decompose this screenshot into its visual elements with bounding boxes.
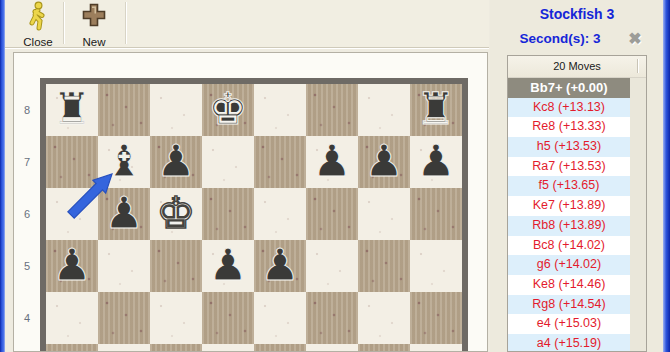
engine-title: Stockfish 3	[490, 6, 664, 22]
square-b3[interactable]	[98, 344, 150, 352]
move-row[interactable]: Rg8 (+14.54)	[508, 295, 630, 315]
square-b6[interactable]: ♟	[98, 188, 150, 240]
toolbar-separator	[63, 2, 64, 44]
square-c3[interactable]	[150, 344, 202, 352]
square-g6[interactable]	[358, 188, 410, 240]
square-f3[interactable]	[306, 344, 358, 352]
move-row[interactable]: Bc8 (+14.02)	[508, 236, 630, 256]
move-row[interactable]: Rb8 (+13.89)	[508, 216, 630, 236]
square-c5[interactable]	[150, 240, 202, 292]
square-h7[interactable]: ♟	[410, 136, 462, 188]
square-d5[interactable]: ♟	[202, 240, 254, 292]
square-h4[interactable]	[410, 292, 462, 344]
move-row[interactable]: e4 (+15.03)	[508, 314, 630, 334]
person-walking-icon	[11, 1, 65, 35]
square-e7[interactable]	[254, 136, 306, 188]
square-f4[interactable]	[306, 292, 358, 344]
toolbar: Close New	[5, 0, 489, 48]
piece-black-pawn[interactable]: ♟	[306, 136, 358, 188]
square-a7[interactable]	[46, 136, 98, 188]
rank-label: 4	[14, 312, 40, 324]
square-d7[interactable]	[202, 136, 254, 188]
square-e6[interactable]	[254, 188, 306, 240]
square-e8[interactable]	[254, 84, 306, 136]
move-row[interactable]: f5 (+13.65)	[508, 176, 630, 196]
square-g8[interactable]	[358, 84, 410, 136]
piece-black-rook[interactable]: ♜	[410, 84, 462, 136]
square-f6[interactable]	[306, 188, 358, 240]
engine-panel: Stockfish 3 Second(s): 3 20 Moves Bb7+ (…	[490, 0, 664, 352]
square-d3[interactable]	[202, 344, 254, 352]
piece-black-pawn[interactable]: ♟	[254, 240, 306, 292]
piece-black-king[interactable]: ♚	[202, 84, 254, 136]
close-button-label: Close	[11, 36, 65, 48]
move-row[interactable]: g6 (+14.02)	[508, 255, 630, 275]
square-e4[interactable]	[254, 292, 306, 344]
square-c4[interactable]	[150, 292, 202, 344]
square-b4[interactable]	[98, 292, 150, 344]
window-border-right	[663, 0, 670, 352]
board-panel: 87654 ♜♚♜♝♟♟♟♟♟♚♟♟♟	[13, 52, 488, 352]
square-e3[interactable]	[254, 344, 306, 352]
move-row-selected[interactable]: Bb7+ (+0.00)	[508, 78, 630, 98]
chess-board: ♜♚♜♝♟♟♟♟♟♚♟♟♟	[40, 78, 468, 352]
piece-black-pawn[interactable]: ♟	[98, 188, 150, 240]
window-border-left	[0, 0, 5, 352]
move-row[interactable]: Re8 (+13.33)	[508, 117, 630, 137]
rank-label: 7	[14, 156, 40, 168]
square-f5[interactable]	[306, 240, 358, 292]
move-list-header[interactable]: 20 Moves	[508, 56, 646, 78]
square-d4[interactable]	[202, 292, 254, 344]
close-button[interactable]: Close	[11, 0, 65, 46]
square-h5[interactable]	[410, 240, 462, 292]
square-a4[interactable]	[46, 292, 98, 344]
rank-label: 6	[14, 208, 40, 220]
square-g7[interactable]: ♟	[358, 136, 410, 188]
move-listbox: 20 Moves Bb7+ (+0.00)Kc8 (+13.13)Re8 (+1…	[507, 55, 647, 352]
chess-analysis-window: Close New 87654 ♜♚♜♝♟♟♟♟♟♚♟♟♟ Stockfish …	[0, 0, 670, 352]
square-g4[interactable]	[358, 292, 410, 344]
square-d6[interactable]	[202, 188, 254, 240]
piece-black-rook[interactable]: ♜	[46, 84, 98, 136]
seconds-label: Second(s): 3	[490, 31, 630, 46]
piece-black-pawn[interactable]: ♟	[410, 136, 462, 188]
square-a3[interactable]	[46, 344, 98, 352]
square-c6[interactable]: ♚	[150, 188, 202, 240]
move-row[interactable]: Ke7 (+13.89)	[508, 196, 630, 216]
square-a5[interactable]: ♟	[46, 240, 98, 292]
square-g5[interactable]	[358, 240, 410, 292]
piece-black-pawn[interactable]: ♟	[46, 240, 98, 292]
move-row[interactable]: Ke8 (+14.46)	[508, 275, 630, 295]
square-h6[interactable]	[410, 188, 462, 240]
move-row[interactable]: Kc8 (+13.13)	[508, 98, 630, 118]
square-f8[interactable]	[306, 84, 358, 136]
square-g3[interactable]	[358, 344, 410, 352]
square-b5[interactable]	[98, 240, 150, 292]
square-d8[interactable]: ♚	[202, 84, 254, 136]
piece-black-pawn[interactable]: ♟	[150, 136, 202, 188]
x-icon[interactable]: ✖	[624, 29, 646, 49]
move-row[interactable]: h5 (+13.53)	[508, 137, 630, 157]
square-h3[interactable]	[410, 344, 462, 352]
square-c8[interactable]	[150, 84, 202, 136]
square-h8[interactable]: ♜	[410, 84, 462, 136]
new-button-label: New	[65, 36, 123, 48]
column-separator	[637, 59, 638, 73]
square-f7[interactable]: ♟	[306, 136, 358, 188]
square-c7[interactable]: ♟	[150, 136, 202, 188]
piece-black-pawn[interactable]: ♟	[202, 240, 254, 292]
square-b7[interactable]: ♝	[98, 136, 150, 188]
square-e5[interactable]: ♟	[254, 240, 306, 292]
piece-black-pawn[interactable]: ♟	[358, 136, 410, 188]
piece-black-bishop[interactable]: ♝	[98, 136, 150, 188]
rank-label: 8	[14, 104, 40, 116]
toolbar-separator	[125, 2, 126, 44]
move-row[interactable]: a4 (+15.19)	[508, 334, 630, 352]
plus-cross-icon	[65, 1, 123, 35]
rank-label: 5	[14, 260, 40, 272]
square-a6[interactable]	[46, 188, 98, 240]
piece-white-king[interactable]: ♚	[150, 188, 202, 240]
square-b8[interactable]	[98, 84, 150, 136]
move-row[interactable]: Ra7 (+13.53)	[508, 157, 630, 177]
move-list-header-label: 20 Moves	[553, 60, 601, 72]
square-a8[interactable]: ♜	[46, 84, 98, 136]
new-button[interactable]: New	[65, 0, 123, 46]
